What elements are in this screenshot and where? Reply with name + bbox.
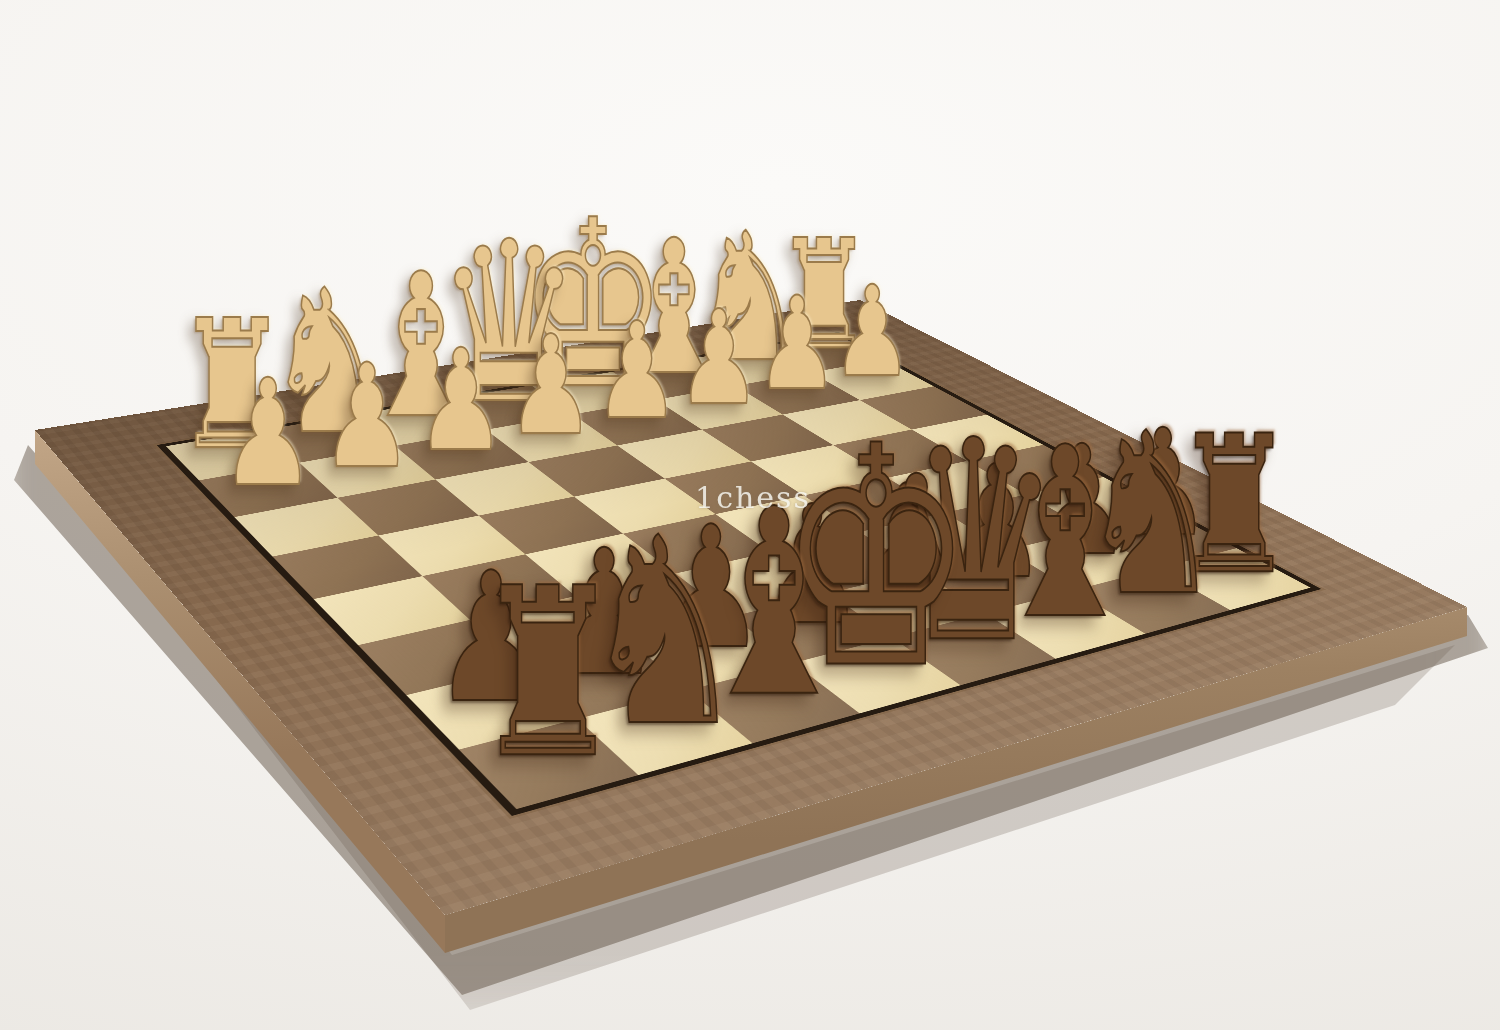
piece-white-pawn-c2[interactable]: ♟ (677, 293, 761, 423)
photo-canvas: ♜♞♝♛♚♝♞♜♟♟♟♟♟♟♟♟♟♟♟♟♟♟♟♟♜♞♝♚♛♝♞♜ 1chess (0, 0, 1500, 1030)
piece-white-pawn-d2[interactable]: ♟ (594, 305, 680, 438)
piece-black-rook-h8[interactable]: ♜ (473, 557, 623, 790)
piece-white-pawn-h2[interactable]: ♟ (221, 360, 316, 507)
piece-white-pawn-e2[interactable]: ♟ (507, 317, 595, 454)
piece-white-pawn-g2[interactable]: ♟ (321, 345, 413, 488)
piece-white-pawn-a2[interactable]: ♟ (832, 269, 913, 394)
piece-white-pawn-f2[interactable]: ♟ (416, 331, 506, 471)
